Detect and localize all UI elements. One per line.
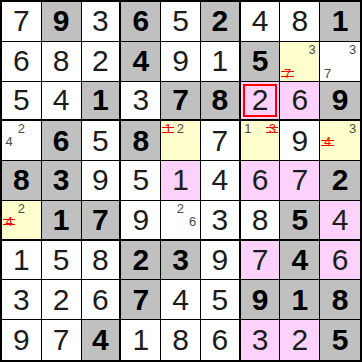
solved-digit: 9 [13,325,30,355]
solved-digit: 2 [53,285,70,315]
candidate-2: 2 [174,122,186,135]
cell-r1c8[interactable]: 8 [280,2,320,42]
solved-digit: 1 [13,245,30,275]
cell-r1c7[interactable]: 4 [241,2,281,42]
cell-r7c3[interactable]: 8 [82,241,122,281]
solved-digit: 4 [211,165,228,195]
given-digit: 5 [332,325,349,355]
candidate-3: 3 [346,43,359,56]
cell-r4c1[interactable]: 24 [2,121,42,161]
solved-digit: 3 [211,205,228,235]
cell-r6c9[interactable]: 4 [320,201,360,241]
solved-digit: 8 [92,245,109,275]
solved-digit: 6 [92,285,109,315]
candidate-6: 6 [187,215,199,228]
candidate-4: 4 [3,135,15,148]
eliminated-candidate-7: 7 [281,67,293,80]
given-digit: 8 [132,126,149,156]
cell-r1c5[interactable]: 5 [161,2,201,42]
given-digit: 8 [13,165,30,195]
candidate-grid: 26 [162,202,199,238]
cell-r4c5[interactable]: 12 [161,121,201,161]
solved-digit: 3 [92,6,109,36]
solved-digit: 2 [252,85,269,115]
cell-r1c1[interactable]: 7 [2,2,42,42]
cell-r5c9[interactable]: 2 [320,161,360,201]
cell-r4c7[interactable]: 13 [241,121,281,161]
solved-digit: 9 [92,165,109,195]
cell-r3c3[interactable]: 1 [82,82,122,122]
cell-r3c7[interactable]: 2 [241,82,281,122]
given-digit: 2 [332,165,349,195]
cell-r7c4[interactable]: 2 [121,241,161,281]
cell-r1c9[interactable]: 1 [320,2,360,42]
solved-digit: 9 [211,245,228,275]
given-digit: 7 [92,205,109,235]
cell-r2c5[interactable]: 9 [161,42,201,82]
cell-r4c6[interactable]: 7 [201,121,241,161]
cell-r7c5[interactable]: 3 [161,241,201,281]
eliminated-candidate-3: 3 [266,122,278,135]
given-digit: 1 [92,85,109,115]
solved-digit: 8 [291,6,308,36]
given-digit: 4 [132,46,149,76]
solved-digit: 7 [291,165,308,195]
solved-digit: 6 [211,325,228,355]
cell-r6c5[interactable]: 26 [161,201,201,241]
solved-digit: 9 [132,205,149,235]
solved-digit: 8 [53,46,70,76]
cell-r7c7[interactable]: 7 [241,241,281,281]
given-digit: 5 [252,46,269,76]
solved-digit: 1 [172,165,189,195]
cell-r2c4[interactable]: 4 [121,42,161,82]
eliminated-candidate-1: 1 [162,122,174,135]
solved-digit: 4 [53,85,70,115]
cell-r5c8[interactable]: 7 [280,161,320,201]
cell-r3c6[interactable]: 8 [201,82,241,122]
cell-r7c6[interactable]: 9 [201,241,241,281]
given-digit: 8 [332,285,349,315]
cell-r5c3[interactable]: 9 [82,161,122,201]
cell-r6c1[interactable]: 24 [2,201,42,241]
cell-r6c4[interactable]: 9 [121,201,161,241]
cell-r6c8[interactable]: 5 [280,201,320,241]
eliminated-candidate-4: 4 [3,215,15,228]
cell-r8c5[interactable]: 4 [161,280,201,320]
cell-r1c4[interactable]: 6 [121,2,161,42]
solved-digit: 5 [211,285,228,315]
cell-r1c3[interactable]: 3 [82,2,122,42]
cell-r9c6[interactable]: 6 [201,320,241,360]
given-digit: 6 [53,126,70,156]
solved-digit: 7 [252,245,269,275]
cell-r5c2[interactable]: 3 [42,161,82,201]
solved-digit: 7 [211,126,228,156]
solved-digit: 6 [291,85,308,115]
cell-r6c2[interactable]: 1 [42,201,82,241]
cell-r8c1[interactable]: 3 [2,280,42,320]
cell-r6c7[interactable]: 8 [241,201,281,241]
candidate-grid: 37 [321,43,359,80]
solved-digit: 6 [13,46,30,76]
given-digit: 9 [53,6,70,36]
cell-r4c3[interactable]: 5 [82,121,122,161]
candidate-grid: 37 [281,43,318,80]
given-digit: 9 [252,285,269,315]
solved-digit: 4 [252,6,269,36]
given-digit: 3 [172,245,189,275]
given-digit: 7 [172,85,189,115]
solved-digit: 2 [92,46,109,76]
solved-digit: 6 [332,245,349,275]
given-digit: 7 [132,285,149,315]
sudoku-board: 7936524816824915373754137826924658127139… [0,0,362,362]
cell-r6c6[interactable]: 3 [201,201,241,241]
cell-r9c9[interactable]: 5 [320,320,360,360]
candidate-2: 2 [15,122,27,135]
cell-r3c2[interactable]: 4 [42,82,82,122]
cell-r1c6[interactable]: 2 [201,2,241,42]
solved-digit: 8 [172,325,189,355]
cell-r9c4[interactable]: 1 [121,320,161,360]
candidate-1: 1 [242,122,254,135]
solved-digit: 6 [252,165,269,195]
cell-r9c8[interactable]: 2 [280,320,320,360]
solved-digit: 1 [211,46,228,76]
cell-r7c2[interactable]: 5 [42,241,82,281]
solved-digit: 8 [252,205,269,235]
solved-digit: 3 [13,285,30,315]
cell-r8c9[interactable]: 8 [320,280,360,320]
cell-r4c8[interactable]: 9 [280,121,320,161]
cell-r3c8[interactable]: 6 [280,82,320,122]
sudoku-app: 7936524816824915373754137826924658127139… [0,0,362,362]
cell-r8c8[interactable]: 1 [280,280,320,320]
cell-r4c2[interactable]: 6 [42,121,82,161]
solved-digit: 2 [291,325,308,355]
candidate-2: 2 [174,202,186,215]
cell-r4c4[interactable]: 8 [121,121,161,161]
candidate-2: 2 [15,202,27,215]
cell-r8c3[interactable]: 6 [82,280,122,320]
cell-r5c7[interactable]: 6 [241,161,281,201]
cell-r5c5[interactable]: 1 [161,161,201,201]
cell-r3c4[interactable]: 3 [121,82,161,122]
given-digit: 4 [291,245,308,275]
given-digit: 6 [132,6,149,36]
given-digit: 1 [53,205,70,235]
given-digit: 2 [132,245,149,275]
solved-digit: 1 [132,325,149,355]
candidate-3: 3 [306,43,318,56]
cell-r2c3[interactable]: 2 [82,42,122,82]
given-digit: 2 [211,6,228,36]
cell-r7c8[interactable]: 4 [280,241,320,281]
cell-r9c1[interactable]: 9 [2,320,42,360]
solved-digit: 5 [53,245,70,275]
given-digit: 1 [332,6,349,36]
solved-digit: 7 [53,325,70,355]
given-digit: 4 [92,325,109,355]
solved-digit: 5 [172,6,189,36]
cell-r5c1[interactable]: 8 [2,161,42,201]
cell-r7c9[interactable]: 6 [320,241,360,281]
cell-r3c9[interactable]: 9 [320,82,360,122]
cell-r7c1[interactable]: 1 [2,241,42,281]
given-digit: 5 [291,205,308,235]
given-digit: 1 [291,285,308,315]
candidate-grid: 24 [3,122,40,159]
cell-r9c7[interactable]: 3 [241,320,281,360]
solved-digit: 4 [172,285,189,315]
cell-r2c7[interactable]: 5 [241,42,281,82]
cell-r8c6[interactable]: 5 [201,280,241,320]
cell-r2c1[interactable]: 6 [2,42,42,82]
cell-r2c6[interactable]: 1 [201,42,241,82]
solved-digit: 5 [13,85,30,115]
solved-digit: 5 [132,165,149,195]
given-digit: 3 [53,165,70,195]
candidate-grid: 13 [242,122,279,159]
cell-r3c1[interactable]: 5 [2,82,42,122]
cell-r2c8[interactable]: 37 [280,42,320,82]
cell-r9c3[interactable]: 4 [82,320,122,360]
cell-r9c2[interactable]: 7 [42,320,82,360]
cell-r3c5[interactable]: 7 [161,82,201,122]
cell-r6c3[interactable]: 7 [82,201,122,241]
candidate-grid: 34 [321,122,359,159]
cell-r8c4[interactable]: 7 [121,280,161,320]
solved-digit: 3 [132,85,149,115]
cell-r5c4[interactable]: 5 [121,161,161,201]
solved-digit: 9 [172,46,189,76]
candidate-grid: 24 [3,202,40,238]
cell-r9c5[interactable]: 8 [161,320,201,360]
cell-r5c6[interactable]: 4 [201,161,241,201]
cell-r4c9[interactable]: 34 [320,121,360,161]
cell-r8c2[interactable]: 2 [42,280,82,320]
given-digit: 9 [332,85,349,115]
candidate-7: 7 [321,67,334,80]
eliminated-candidate-4: 4 [321,135,334,148]
cell-r8c7[interactable]: 9 [241,280,281,320]
solved-digit: 5 [92,126,109,156]
solved-digit: 9 [291,126,308,156]
candidate-grid: 12 [162,122,199,159]
candidate-3: 3 [346,122,359,135]
solved-digit: 3 [252,325,269,355]
given-digit: 8 [211,85,228,115]
cell-r1c2[interactable]: 9 [42,2,82,42]
cell-r2c2[interactable]: 8 [42,42,82,82]
solved-digit: 4 [332,205,349,235]
solved-digit: 7 [13,6,30,36]
cell-r2c9[interactable]: 37 [320,42,360,82]
